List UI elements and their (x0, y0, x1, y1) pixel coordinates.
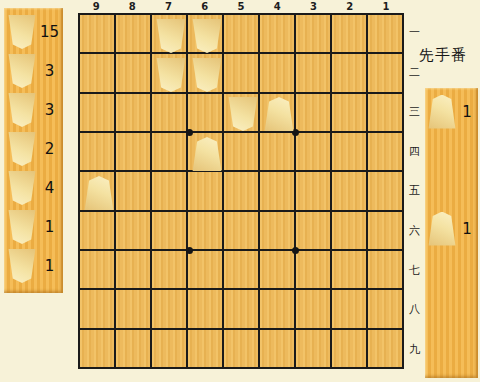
board-cell[interactable] (116, 15, 150, 52)
board-cell[interactable] (80, 290, 114, 327)
piece-kanji: 銀将 (201, 169, 214, 171)
file-label: 1 (368, 0, 404, 13)
piece-kanji: 香車 (165, 58, 178, 60)
board-cell[interactable] (332, 212, 366, 249)
board-cell[interactable] (188, 290, 222, 327)
board-cell[interactable] (296, 290, 330, 327)
star-point (292, 247, 299, 254)
board-cell[interactable] (116, 330, 150, 367)
board-cell[interactable] (260, 290, 294, 327)
board-cell[interactable] (296, 330, 330, 367)
piece-kanji: 歩兵 (16, 15, 29, 17)
rank-label: 七 (404, 250, 425, 290)
hand-slot: 銀将1 (425, 209, 478, 248)
board-cell[interactable] (224, 251, 258, 288)
hand-piece[interactable]: 飛車 (8, 249, 36, 283)
piece-kanji: 角行 (16, 210, 29, 212)
board-cell[interactable] (332, 172, 366, 209)
hand-count: 4 (36, 179, 63, 197)
board-cell[interactable] (368, 330, 402, 367)
hand-slot: 香車3 (4, 51, 63, 90)
piece-kanji: 歩兵 (273, 129, 286, 131)
piece-kanji: 歩兵 (201, 58, 214, 60)
board-cell[interactable] (152, 251, 186, 288)
board-cell[interactable] (152, 330, 186, 367)
star-point (186, 247, 193, 254)
board-cell[interactable] (152, 94, 186, 131)
file-label: 2 (332, 0, 368, 13)
rank-label: 六 (404, 211, 425, 251)
board-cell[interactable] (296, 172, 330, 209)
hand-piece[interactable]: 桂馬 (8, 93, 36, 127)
board-cell[interactable] (224, 54, 258, 91)
file-label: 3 (295, 0, 331, 13)
board-cell[interactable] (80, 330, 114, 367)
board-cell[interactable] (332, 15, 366, 52)
board-cell[interactable] (80, 54, 114, 91)
board-cell[interactable] (296, 15, 330, 52)
board-cell[interactable] (224, 212, 258, 249)
board-cell[interactable] (188, 172, 222, 209)
hand-count: 15 (36, 23, 63, 41)
board-cell[interactable] (368, 15, 402, 52)
board-cell[interactable] (260, 172, 294, 209)
board-cell[interactable] (116, 212, 150, 249)
board-cell[interactable] (332, 330, 366, 367)
hand-slot: 飛車1 (425, 92, 478, 131)
piece-kanji: 歩兵 (237, 97, 250, 99)
board-cell[interactable] (296, 54, 330, 91)
rank-label: 三 (404, 92, 425, 132)
piece-kanji: 王将 (201, 19, 214, 21)
hand-piece[interactable]: 銀将 (8, 132, 36, 166)
board-cell[interactable] (368, 172, 402, 209)
hand-piece[interactable]: 銀将 (428, 212, 456, 246)
shogi-diagram: 歩兵15香車3桂馬3銀将2金将4角行1飛車1 987654321 桂馬王将香車歩… (0, 0, 480, 382)
board-cell[interactable] (332, 54, 366, 91)
hand-piece[interactable]: 飛車 (428, 95, 456, 129)
hand-count: 1 (36, 218, 63, 236)
hand-slot: 角行1 (4, 207, 63, 246)
board-cell[interactable] (80, 15, 114, 52)
board-cell[interactable] (260, 212, 294, 249)
board-cell[interactable] (296, 251, 330, 288)
piece-kanji: 飛車 (436, 127, 449, 129)
hand-count: 1 (456, 220, 478, 238)
board-cell[interactable] (188, 212, 222, 249)
board-cell[interactable] (80, 251, 114, 288)
rank-labels: 一二三四五六七八九 (404, 13, 425, 369)
sente-captured-stand: 飛車1銀将1 (425, 88, 478, 378)
hand-piece[interactable]: 歩兵 (8, 15, 36, 49)
board-cell[interactable] (152, 290, 186, 327)
board-cell[interactable] (224, 172, 258, 209)
board-cell[interactable] (188, 330, 222, 367)
board-cell[interactable] (260, 133, 294, 170)
board-cell[interactable] (332, 251, 366, 288)
board-cell[interactable] (116, 172, 150, 209)
board-cell[interactable] (116, 54, 150, 91)
piece-kanji: 香車 (16, 54, 29, 56)
file-label: 6 (187, 0, 223, 13)
piece-kanji: 銀将 (436, 244, 449, 246)
board-cell[interactable] (80, 94, 114, 131)
piece-kanji: 銀将 (16, 132, 29, 134)
board-cell[interactable] (152, 212, 186, 249)
hand-slot: 桂馬3 (4, 90, 63, 129)
board-cell[interactable] (224, 330, 258, 367)
turn-indicator: 先手番 (419, 46, 480, 65)
board-cell[interactable] (368, 94, 402, 131)
board-cell[interactable] (80, 212, 114, 249)
board-cell[interactable] (80, 133, 114, 170)
board-cell[interactable] (224, 290, 258, 327)
hand-slot: 銀将2 (4, 129, 63, 168)
board-cell[interactable] (116, 290, 150, 327)
rank-label: 九 (404, 329, 425, 369)
board-cell[interactable] (296, 133, 330, 170)
hand-count: 2 (36, 140, 63, 158)
hand-slot: 歩兵15 (4, 12, 63, 51)
file-label: 9 (78, 0, 114, 13)
board-cell[interactable] (188, 251, 222, 288)
board-cell[interactable] (116, 133, 150, 170)
board-cell[interactable] (260, 54, 294, 91)
hand-count: 1 (456, 103, 478, 121)
board-cell[interactable] (116, 251, 150, 288)
hand-count: 3 (36, 101, 63, 119)
board-cell[interactable] (224, 133, 258, 170)
hand-piece[interactable]: 香車 (8, 54, 36, 88)
board-cell[interactable] (224, 15, 258, 52)
rank-label: 四 (404, 132, 425, 172)
hand-slot: 飛車1 (4, 246, 63, 285)
board-cell[interactable] (368, 251, 402, 288)
board-cell[interactable] (260, 15, 294, 52)
board-cell[interactable] (332, 94, 366, 131)
board-cell[interactable] (152, 172, 186, 209)
hand-piece[interactable]: 角行 (8, 210, 36, 244)
hand-slot: 金将4 (4, 168, 63, 207)
gote-captured-stand: 歩兵15香車3桂馬3銀将2金将4角行1飛車1 (4, 8, 63, 293)
piece-kanji: 角行 (93, 208, 106, 210)
file-labels: 987654321 (78, 0, 404, 13)
board-cell[interactable] (368, 290, 402, 327)
hand-piece[interactable]: 金将 (8, 171, 36, 205)
file-label: 5 (223, 0, 259, 13)
hand-count: 3 (36, 62, 63, 80)
rank-label: 五 (404, 171, 425, 211)
board-cell[interactable] (188, 94, 222, 131)
board-cell[interactable] (260, 330, 294, 367)
star-point (186, 129, 193, 136)
rank-label: 八 (404, 290, 425, 330)
file-label: 8 (114, 0, 150, 13)
board-cell[interactable] (116, 94, 150, 131)
board-cell[interactable] (332, 290, 366, 327)
board-cell[interactable] (260, 251, 294, 288)
file-label: 7 (150, 0, 186, 13)
board-cell[interactable] (368, 54, 402, 91)
board-cell[interactable] (368, 212, 402, 249)
board-cell[interactable] (296, 94, 330, 131)
piece-kanji: 桂馬 (165, 19, 178, 21)
board-cell[interactable] (296, 212, 330, 249)
shogi-board: 桂馬王将香車歩兵歩兵歩兵銀将角行 (78, 13, 404, 369)
piece-kanji: 飛車 (16, 249, 29, 251)
piece-kanji: 金将 (16, 171, 29, 173)
file-label: 4 (259, 0, 295, 13)
piece-kanji: 桂馬 (16, 93, 29, 95)
hand-count: 1 (36, 257, 63, 275)
board-cell[interactable] (368, 133, 402, 170)
board-cell[interactable] (152, 133, 186, 170)
board-cell[interactable] (332, 133, 366, 170)
